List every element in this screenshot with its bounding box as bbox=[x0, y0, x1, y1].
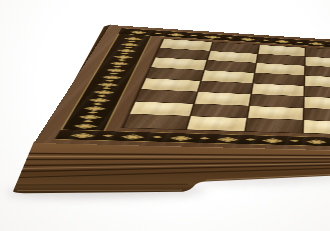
inlay-diamond-small-icon: ◆ bbox=[246, 138, 256, 141]
inlay-diamond-small-icon: ◆ bbox=[127, 40, 136, 42]
inlay-diamond-large-icon: ◈ bbox=[263, 137, 283, 144]
inlay-diamond-small-icon: ◆ bbox=[190, 35, 198, 37]
inlay-diamond-large-icon: ◈ bbox=[204, 34, 221, 39]
inlay-diamond-large-icon: ◈ bbox=[275, 39, 291, 44]
square-c1[interactable] bbox=[246, 118, 302, 133]
inlay-diamond-small-icon: ◆ bbox=[153, 32, 162, 34]
inlay-diamond-small-icon: ◆ bbox=[87, 111, 99, 114]
inlay-diamond-small-icon: ◆ bbox=[290, 139, 299, 142]
inlay-diamond-large-icon: ◈ bbox=[169, 134, 192, 141]
inlay-diamond-small-icon: ◆ bbox=[109, 72, 119, 75]
inlay-diamond-large-icon: ◈ bbox=[167, 32, 185, 37]
inlay-diamond-small-icon: ◆ bbox=[117, 59, 127, 62]
inlay-diamond-small-icon: ◆ bbox=[261, 39, 269, 41]
inlay-diamond-large-icon: ◈ bbox=[309, 41, 324, 46]
inlay-diamond-large-icon: ◈ bbox=[121, 133, 146, 140]
inlay-diamond-small-icon: ◆ bbox=[102, 134, 114, 137]
inlay-diamond-large-icon: ◈ bbox=[307, 138, 326, 145]
inlay-diamond-small-icon: ◆ bbox=[124, 46, 133, 48]
inlay-diamond-large-icon: ◈ bbox=[70, 132, 96, 139]
inlay-diamond-small-icon: ◆ bbox=[96, 95, 107, 98]
square-d1[interactable] bbox=[304, 120, 330, 134]
chessboard-grid bbox=[124, 39, 330, 141]
inlay-diamond-large-icon: ◈ bbox=[72, 122, 98, 129]
inlay-diamond-small-icon: ◆ bbox=[105, 79, 116, 82]
inlay-diamond-large-icon: ◈ bbox=[217, 136, 239, 143]
inlay-diamond-small-icon: ◆ bbox=[120, 52, 130, 54]
inlay-diamond-small-icon: ◆ bbox=[92, 103, 103, 106]
inlay-diamond-large-icon: ◈ bbox=[240, 37, 256, 42]
inlay-diamond-small-icon: ◆ bbox=[226, 37, 234, 39]
inlay-diamond-small-icon: ◆ bbox=[296, 41, 303, 43]
inlay-diamond-small-icon: ◆ bbox=[113, 65, 123, 68]
square-a1[interactable] bbox=[124, 114, 189, 129]
inlay-diamond-small-icon: ◆ bbox=[199, 137, 210, 140]
inlay-diamond-small-icon: ◆ bbox=[101, 87, 112, 90]
inlay-diamond-small-icon: ◆ bbox=[152, 135, 163, 138]
board-photo-stage: ◈◆◈◆◈◆◈◆◈◆◈◆◈◆◈◆◈◆◈◆◈◆◈◆◈ ◈◆◈◆◈◆◈◆◈◆◈◆◈◆… bbox=[0, 0, 330, 231]
inlay-diamond-small-icon: ◆ bbox=[82, 120, 94, 123]
square-b1[interactable] bbox=[186, 116, 246, 131]
